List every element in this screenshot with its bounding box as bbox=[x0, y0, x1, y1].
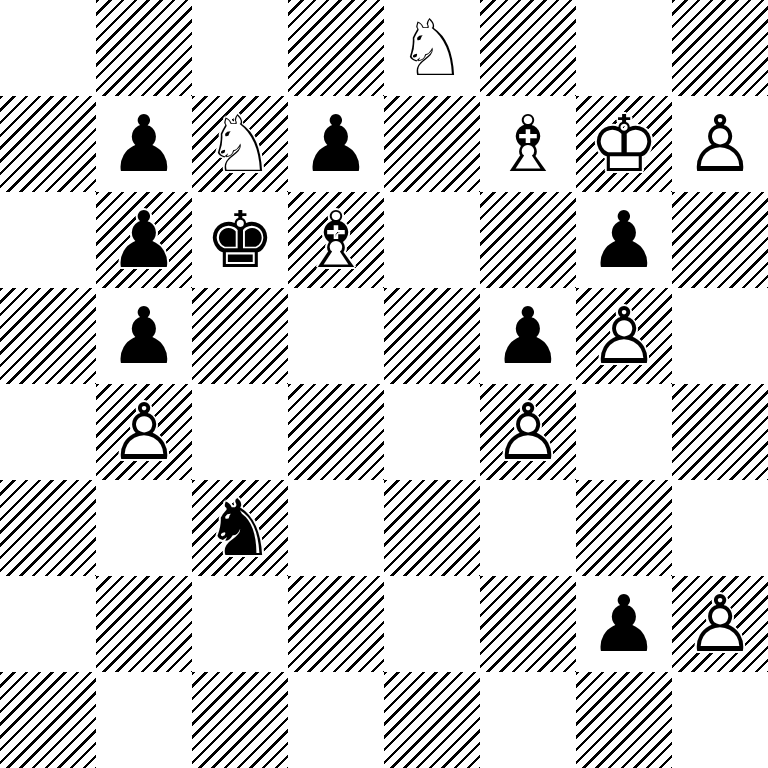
square-e1[interactable] bbox=[384, 672, 480, 768]
square-d3[interactable] bbox=[288, 480, 384, 576]
piece-glyph: ♟ bbox=[109, 288, 179, 384]
square-d4[interactable] bbox=[288, 384, 384, 480]
square-c8[interactable] bbox=[192, 0, 288, 96]
white-pawn: ♟♙ bbox=[672, 96, 768, 192]
square-b3[interactable] bbox=[96, 480, 192, 576]
square-f5[interactable]: ♟♟ bbox=[480, 288, 576, 384]
square-a7[interactable] bbox=[0, 96, 96, 192]
piece-glyph: ♟ bbox=[589, 576, 659, 672]
square-b8[interactable] bbox=[96, 0, 192, 96]
square-g8[interactable] bbox=[576, 0, 672, 96]
piece-glyph: ♟ bbox=[109, 192, 179, 288]
piece-glyph: ♘ bbox=[397, 0, 467, 96]
square-b2[interactable] bbox=[96, 576, 192, 672]
square-a4[interactable] bbox=[0, 384, 96, 480]
piece-glyph: ♗ bbox=[301, 192, 371, 288]
square-c7[interactable]: ♞♘ bbox=[192, 96, 288, 192]
white-king: ♚♔ bbox=[576, 96, 672, 192]
square-h3[interactable] bbox=[672, 480, 768, 576]
square-h8[interactable] bbox=[672, 0, 768, 96]
piece-glyph: ♟ bbox=[493, 288, 563, 384]
black-pawn: ♟♟ bbox=[96, 192, 192, 288]
square-c2[interactable] bbox=[192, 576, 288, 672]
square-b6[interactable]: ♟♟ bbox=[96, 192, 192, 288]
white-pawn: ♟♙ bbox=[480, 384, 576, 480]
square-f7[interactable]: ♝♗ bbox=[480, 96, 576, 192]
white-knight: ♞♘ bbox=[192, 96, 288, 192]
square-b7[interactable]: ♟♟ bbox=[96, 96, 192, 192]
square-g5[interactable]: ♟♙ bbox=[576, 288, 672, 384]
square-f1[interactable] bbox=[480, 672, 576, 768]
square-a5[interactable] bbox=[0, 288, 96, 384]
square-c3[interactable]: ♞♞ bbox=[192, 480, 288, 576]
piece-glyph: ♙ bbox=[589, 288, 659, 384]
black-pawn: ♟♟ bbox=[96, 288, 192, 384]
piece-glyph: ♙ bbox=[685, 576, 755, 672]
square-g2[interactable]: ♟♟ bbox=[576, 576, 672, 672]
square-h1[interactable] bbox=[672, 672, 768, 768]
square-b5[interactable]: ♟♟ bbox=[96, 288, 192, 384]
black-king: ♚♚ bbox=[192, 192, 288, 288]
square-f6[interactable] bbox=[480, 192, 576, 288]
square-a2[interactable] bbox=[0, 576, 96, 672]
white-pawn: ♟♙ bbox=[96, 384, 192, 480]
piece-glyph: ♞ bbox=[205, 480, 275, 576]
square-d8[interactable] bbox=[288, 0, 384, 96]
square-e8[interactable]: ♞♘ bbox=[384, 0, 480, 96]
square-g4[interactable] bbox=[576, 384, 672, 480]
square-e2[interactable] bbox=[384, 576, 480, 672]
square-c6[interactable]: ♚♚ bbox=[192, 192, 288, 288]
square-a6[interactable] bbox=[0, 192, 96, 288]
square-g1[interactable] bbox=[576, 672, 672, 768]
piece-glyph: ♙ bbox=[685, 96, 755, 192]
black-pawn: ♟♟ bbox=[576, 192, 672, 288]
square-d7[interactable]: ♟♟ bbox=[288, 96, 384, 192]
square-h5[interactable] bbox=[672, 288, 768, 384]
square-a3[interactable] bbox=[0, 480, 96, 576]
piece-glyph: ♟ bbox=[109, 96, 179, 192]
square-g3[interactable] bbox=[576, 480, 672, 576]
black-pawn: ♟♟ bbox=[288, 96, 384, 192]
white-knight: ♞♘ bbox=[384, 0, 480, 96]
square-h6[interactable] bbox=[672, 192, 768, 288]
square-c4[interactable] bbox=[192, 384, 288, 480]
square-f3[interactable] bbox=[480, 480, 576, 576]
square-a8[interactable] bbox=[0, 0, 96, 96]
square-e3[interactable] bbox=[384, 480, 480, 576]
square-c5[interactable] bbox=[192, 288, 288, 384]
square-h2[interactable]: ♟♙ bbox=[672, 576, 768, 672]
white-bishop: ♝♗ bbox=[288, 192, 384, 288]
white-pawn: ♟♙ bbox=[576, 288, 672, 384]
piece-glyph: ♙ bbox=[109, 384, 179, 480]
square-g7[interactable]: ♚♔ bbox=[576, 96, 672, 192]
piece-glyph: ♟ bbox=[301, 96, 371, 192]
white-pawn: ♟♙ bbox=[672, 576, 768, 672]
black-pawn: ♟♟ bbox=[96, 96, 192, 192]
square-c1[interactable] bbox=[192, 672, 288, 768]
black-knight: ♞♞ bbox=[192, 480, 288, 576]
piece-glyph: ♟ bbox=[589, 192, 659, 288]
square-b4[interactable]: ♟♙ bbox=[96, 384, 192, 480]
square-f8[interactable] bbox=[480, 0, 576, 96]
piece-glyph: ♙ bbox=[493, 384, 563, 480]
chess-board: ♞♘♟♟♞♘♟♟♝♗♚♔♟♙♟♟♚♚♝♗♟♟♟♟♟♟♟♙♟♙♟♙♞♞♟♟♟♙ bbox=[0, 0, 768, 768]
square-d2[interactable] bbox=[288, 576, 384, 672]
square-f4[interactable]: ♟♙ bbox=[480, 384, 576, 480]
square-e5[interactable] bbox=[384, 288, 480, 384]
square-f2[interactable] bbox=[480, 576, 576, 672]
square-d5[interactable] bbox=[288, 288, 384, 384]
square-d6[interactable]: ♝♗ bbox=[288, 192, 384, 288]
white-bishop: ♝♗ bbox=[480, 96, 576, 192]
square-a1[interactable] bbox=[0, 672, 96, 768]
piece-glyph: ♔ bbox=[589, 96, 659, 192]
piece-glyph: ♘ bbox=[205, 96, 275, 192]
square-h7[interactable]: ♟♙ bbox=[672, 96, 768, 192]
square-e7[interactable] bbox=[384, 96, 480, 192]
piece-glyph: ♗ bbox=[493, 96, 563, 192]
square-g6[interactable]: ♟♟ bbox=[576, 192, 672, 288]
black-pawn: ♟♟ bbox=[576, 576, 672, 672]
square-h4[interactable] bbox=[672, 384, 768, 480]
square-b1[interactable] bbox=[96, 672, 192, 768]
square-e4[interactable] bbox=[384, 384, 480, 480]
square-e6[interactable] bbox=[384, 192, 480, 288]
square-d1[interactable] bbox=[288, 672, 384, 768]
black-pawn: ♟♟ bbox=[480, 288, 576, 384]
piece-glyph: ♚ bbox=[205, 192, 275, 288]
